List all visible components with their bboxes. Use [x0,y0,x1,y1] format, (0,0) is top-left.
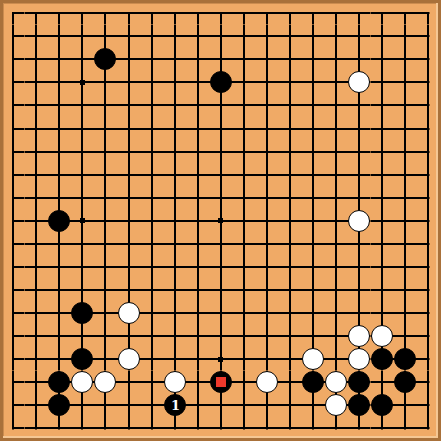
board-intersection [255,209,278,232]
board-intersection [71,2,94,25]
board-intersection [347,71,370,94]
board-intersection [301,394,324,417]
board-intersection [347,278,370,301]
board-intersection [140,71,163,94]
board-intersection [278,2,301,25]
board-intersection [371,394,394,417]
board-intersection [48,394,71,417]
board-intersection [255,117,278,140]
board-intersection [301,163,324,186]
board-intersection [301,71,324,94]
board-intersection [48,71,71,94]
board-intersection [71,347,94,370]
board-intersection [117,25,140,48]
board-intersection [117,2,140,25]
board-intersection [301,209,324,232]
board-intersection [71,163,94,186]
board-intersection [255,394,278,417]
board-intersection [347,417,370,440]
board-intersection [324,394,347,417]
board-intersection [209,48,232,71]
board-intersection [371,301,394,324]
board-intersection: 1 [163,394,186,417]
board-intersection [417,394,440,417]
board-intersection [2,209,25,232]
board-intersection [324,209,347,232]
board-intersection [324,48,347,71]
board-intersection [94,417,117,440]
board-intersection [255,347,278,370]
board-intersection [347,371,370,394]
board-intersection [71,186,94,209]
black-stone [371,394,393,416]
board-intersection [94,186,117,209]
board-intersection [48,209,71,232]
board-intersection [140,117,163,140]
board-intersection [163,48,186,71]
board-intersection [347,140,370,163]
board-intersection [255,25,278,48]
board-intersection [186,117,209,140]
board-intersection [232,117,255,140]
star-point [80,218,85,223]
board-intersection [347,117,370,140]
star-point [80,80,85,85]
board-intersection [186,371,209,394]
board-intersection [417,371,440,394]
board-intersection [255,232,278,255]
board-intersection [324,71,347,94]
board-intersection [163,163,186,186]
board-intersection [371,94,394,117]
board-intersection [301,278,324,301]
white-stone [71,371,93,393]
board-intersection [232,94,255,117]
board-intersection [417,71,440,94]
board-intersection [186,255,209,278]
black-stone [302,371,324,393]
board-intersection [117,94,140,117]
board-intersection [117,117,140,140]
board-intersection [394,371,417,394]
board-intersection [186,324,209,347]
board-intersection [163,140,186,163]
board-intersection [324,301,347,324]
board-intersection [209,371,232,394]
board-intersection [94,371,117,394]
board-intersection [94,209,117,232]
board-intersection [371,2,394,25]
board-intersection [394,140,417,163]
board-intersection [186,48,209,71]
board-intersection [209,278,232,301]
board-intersection [232,347,255,370]
black-stone [48,210,70,232]
board-intersection [48,371,71,394]
board-intersection [417,48,440,71]
board-intersection [209,209,232,232]
board-intersection [209,347,232,370]
board-intersection [163,117,186,140]
board-intersection [394,255,417,278]
board-intersection [71,371,94,394]
board-intersection [324,94,347,117]
white-stone [94,371,116,393]
board-intersection [232,25,255,48]
board-intersection [48,25,71,48]
white-stone [348,210,370,232]
board-intersection [2,94,25,117]
board-intersection [163,324,186,347]
black-stone [348,371,370,393]
board-intersection [232,417,255,440]
square-marked-stone [210,371,232,393]
board-intersection [324,25,347,48]
board-intersection [209,140,232,163]
board-intersection [255,417,278,440]
board-intersection [2,347,25,370]
board-intersection [163,209,186,232]
board-intersection [255,371,278,394]
board-intersection [209,117,232,140]
board-intersection [371,417,394,440]
board-intersection [117,301,140,324]
go-board-grid: 1 [2,2,440,440]
board-intersection [71,417,94,440]
board-intersection [347,163,370,186]
board-intersection [324,417,347,440]
move-number-label: 1 [165,395,187,417]
board-intersection [71,232,94,255]
white-stone [348,325,370,347]
board-intersection [301,232,324,255]
board-intersection [140,2,163,25]
board-intersection [232,163,255,186]
board-intersection [71,301,94,324]
board-intersection [347,186,370,209]
board-intersection [71,324,94,347]
board-intersection [48,2,71,25]
board-intersection [186,140,209,163]
board-intersection [324,255,347,278]
board-intersection [301,117,324,140]
board-intersection [71,278,94,301]
board-intersection [48,94,71,117]
board-intersection [324,117,347,140]
board-intersection [301,417,324,440]
board-intersection [324,347,347,370]
board-intersection [2,324,25,347]
board-intersection [324,232,347,255]
board-intersection [209,2,232,25]
board-intersection [278,347,301,370]
board-intersection [71,140,94,163]
board-intersection [255,2,278,25]
board-intersection [163,278,186,301]
board-intersection [209,232,232,255]
white-stone [302,348,324,370]
board-intersection [209,301,232,324]
board-intersection [417,140,440,163]
board-intersection [278,140,301,163]
board-intersection [417,255,440,278]
board-intersection [94,117,117,140]
board-intersection [347,301,370,324]
board-intersection [347,347,370,370]
board-intersection [255,48,278,71]
board-intersection [278,301,301,324]
board-intersection [140,232,163,255]
board-intersection [2,163,25,186]
board-intersection [301,140,324,163]
board-intersection [417,301,440,324]
board-intersection [347,2,370,25]
board-intersection [394,2,417,25]
board-intersection [232,371,255,394]
white-stone [325,371,347,393]
board-intersection [371,25,394,48]
board-intersection [186,278,209,301]
move-1-stone: 1 [164,394,186,416]
board-intersection [48,48,71,71]
board-intersection [209,324,232,347]
board-intersection [25,71,48,94]
board-intersection [140,48,163,71]
board-intersection [186,2,209,25]
board-intersection [94,347,117,370]
black-stone [94,48,116,70]
board-intersection [394,186,417,209]
board-intersection [255,255,278,278]
board-intersection [117,278,140,301]
board-intersection [48,117,71,140]
board-intersection [94,324,117,347]
board-intersection [25,94,48,117]
black-stone [71,348,93,370]
board-intersection [394,347,417,370]
board-intersection [117,163,140,186]
board-intersection [255,71,278,94]
board-intersection [417,117,440,140]
white-stone [325,394,347,416]
board-intersection [278,25,301,48]
board-intersection [278,117,301,140]
black-stone [210,71,232,93]
board-intersection [324,2,347,25]
board-intersection [232,140,255,163]
board-intersection [255,324,278,347]
board-intersection [2,232,25,255]
board-intersection [232,394,255,417]
board-intersection [278,394,301,417]
white-stone [348,71,370,93]
board-intersection [186,209,209,232]
board-intersection [117,186,140,209]
board-intersection [48,417,71,440]
white-stone [348,348,370,370]
black-stone [394,371,416,393]
board-intersection [2,301,25,324]
board-intersection [140,324,163,347]
board-intersection [232,301,255,324]
board-intersection [209,163,232,186]
board-intersection [186,186,209,209]
board-intersection [278,255,301,278]
board-intersection [186,232,209,255]
board-intersection [301,186,324,209]
board-intersection [417,347,440,370]
board-intersection [117,71,140,94]
board-intersection [278,324,301,347]
board-intersection [140,278,163,301]
board-intersection [186,94,209,117]
board-intersection [25,140,48,163]
board-intersection [255,163,278,186]
white-stone [164,371,186,393]
board-intersection [417,278,440,301]
board-intersection [278,232,301,255]
board-intersection [186,301,209,324]
board-intersection [163,71,186,94]
board-intersection [71,255,94,278]
board-intersection [163,232,186,255]
board-intersection [278,71,301,94]
board-intersection [347,94,370,117]
board-intersection [278,417,301,440]
board-intersection [209,186,232,209]
board-intersection [25,278,48,301]
board-intersection [394,48,417,71]
board-intersection [25,301,48,324]
board-intersection [2,117,25,140]
board-intersection [163,25,186,48]
board-intersection [301,48,324,71]
board-intersection [371,117,394,140]
board-intersection [94,255,117,278]
board-intersection [48,186,71,209]
board-intersection [25,186,48,209]
board-intersection [25,394,48,417]
board-intersection [186,417,209,440]
board-intersection [371,347,394,370]
board-intersection [301,347,324,370]
board-intersection [255,278,278,301]
board-intersection [2,255,25,278]
board-intersection [25,347,48,370]
board-intersection [232,186,255,209]
board-intersection [117,371,140,394]
board-intersection [255,140,278,163]
board-intersection [163,371,186,394]
board-intersection [371,48,394,71]
board-intersection [371,140,394,163]
board-intersection [232,71,255,94]
board-intersection [186,71,209,94]
board-intersection [94,278,117,301]
white-stone [118,348,140,370]
board-intersection [324,163,347,186]
board-intersection [140,371,163,394]
board-intersection [48,278,71,301]
board-intersection [2,278,25,301]
board-intersection [371,209,394,232]
board-intersection [232,255,255,278]
board-intersection [278,209,301,232]
board-intersection [324,278,347,301]
board-intersection [394,417,417,440]
board-intersection [25,209,48,232]
black-stone [348,394,370,416]
board-intersection [232,278,255,301]
board-intersection [324,140,347,163]
board-intersection [186,394,209,417]
board-intersection [417,417,440,440]
board-intersection [163,255,186,278]
board-intersection [163,94,186,117]
board-intersection [163,2,186,25]
board-intersection [417,324,440,347]
board-intersection [2,394,25,417]
board-intersection [278,163,301,186]
red-square-marker [216,377,226,387]
board-intersection [71,394,94,417]
board-intersection [255,186,278,209]
board-intersection [417,186,440,209]
board-intersection [48,301,71,324]
board-intersection [48,347,71,370]
board-intersection [25,371,48,394]
board-intersection [71,25,94,48]
board-intersection [209,71,232,94]
board-intersection [94,71,117,94]
board-intersection [94,25,117,48]
board-intersection [48,324,71,347]
board-intersection [25,232,48,255]
board-intersection [394,301,417,324]
board-intersection [25,324,48,347]
board-intersection [140,25,163,48]
black-stone [48,394,70,416]
board-intersection [394,117,417,140]
board-intersection [278,278,301,301]
board-intersection [347,209,370,232]
black-stone [371,348,393,370]
board-intersection [301,94,324,117]
board-intersection [301,371,324,394]
board-intersection [278,186,301,209]
board-intersection [48,232,71,255]
board-intersection [255,94,278,117]
board-intersection [232,324,255,347]
board-intersection [347,232,370,255]
board-intersection [94,163,117,186]
board-intersection [394,25,417,48]
board-intersection [347,255,370,278]
board-intersection [209,25,232,48]
board-intersection [301,324,324,347]
board-intersection [117,48,140,71]
star-point [218,357,223,362]
board-intersection [2,71,25,94]
white-stone [371,325,393,347]
board-intersection [140,163,163,186]
board-intersection [347,394,370,417]
board-intersection [371,163,394,186]
board-intersection [417,2,440,25]
board-intersection [371,71,394,94]
board-intersection [94,394,117,417]
board-intersection [278,48,301,71]
